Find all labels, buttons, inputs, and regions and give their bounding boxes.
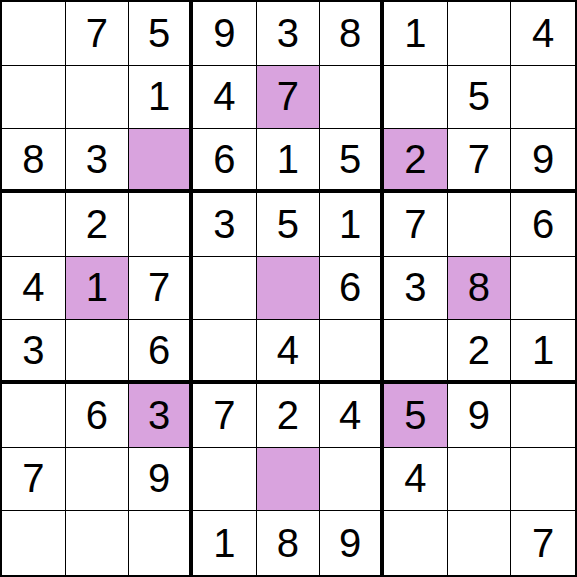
cell-r3c4[interactable]: 6 (193, 129, 257, 193)
cell-r8c6[interactable] (320, 448, 384, 512)
cell-r7c3[interactable]: 3 (129, 384, 193, 448)
cell-r1c8[interactable] (448, 2, 512, 66)
cell-r3c6[interactable]: 5 (320, 129, 384, 193)
cell-r8c4[interactable] (193, 448, 257, 512)
cell-r3c8[interactable]: 7 (448, 129, 512, 193)
cell-r4c6[interactable]: 1 (320, 193, 384, 257)
cell-r3c3[interactable] (129, 129, 193, 193)
cell-r2c5[interactable]: 7 (257, 66, 321, 130)
cell-r9c6[interactable]: 9 (320, 511, 384, 575)
cell-r2c4[interactable]: 4 (193, 66, 257, 130)
cell-r1c6[interactable]: 8 (320, 2, 384, 66)
cell-r4c1[interactable] (2, 193, 66, 257)
cell-r7c4[interactable]: 7 (193, 384, 257, 448)
cell-r5c4[interactable] (193, 257, 257, 321)
cell-r3c5[interactable]: 1 (257, 129, 321, 193)
cell-r1c4[interactable]: 9 (193, 2, 257, 66)
cell-r7c2[interactable]: 6 (66, 384, 130, 448)
cell-r8c5[interactable] (257, 448, 321, 512)
cell-r6c6[interactable] (320, 320, 384, 384)
cell-r4c9[interactable]: 6 (511, 193, 575, 257)
cell-r9c1[interactable] (2, 511, 66, 575)
cell-r1c7[interactable]: 1 (384, 2, 448, 66)
cell-r7c1[interactable] (2, 384, 66, 448)
cell-r9c8[interactable] (448, 511, 512, 575)
cell-r7c6[interactable]: 4 (320, 384, 384, 448)
cell-r5c2[interactable]: 1 (66, 257, 130, 321)
cell-r4c5[interactable]: 5 (257, 193, 321, 257)
cell-r5c3[interactable]: 7 (129, 257, 193, 321)
cell-r9c2[interactable] (66, 511, 130, 575)
cell-r8c7[interactable]: 4 (384, 448, 448, 512)
cell-r5c1[interactable]: 4 (2, 257, 66, 321)
cell-r9c9[interactable]: 7 (511, 511, 575, 575)
cell-r5c8[interactable]: 8 (448, 257, 512, 321)
cell-r9c4[interactable]: 1 (193, 511, 257, 575)
cell-r6c3[interactable]: 6 (129, 320, 193, 384)
cell-r6c2[interactable] (66, 320, 130, 384)
cell-r2c8[interactable]: 5 (448, 66, 512, 130)
cell-r2c6[interactable] (320, 66, 384, 130)
cell-r5c6[interactable]: 6 (320, 257, 384, 321)
cell-r9c7[interactable] (384, 511, 448, 575)
cell-r6c1[interactable]: 3 (2, 320, 66, 384)
cell-r2c9[interactable] (511, 66, 575, 130)
cell-r8c1[interactable]: 7 (2, 448, 66, 512)
cell-r4c4[interactable]: 3 (193, 193, 257, 257)
cell-r9c3[interactable] (129, 511, 193, 575)
cell-r6c9[interactable]: 1 (511, 320, 575, 384)
cell-r5c5[interactable] (257, 257, 321, 321)
cell-r8c2[interactable] (66, 448, 130, 512)
cell-r6c7[interactable] (384, 320, 448, 384)
cell-r4c8[interactable] (448, 193, 512, 257)
cell-r3c2[interactable]: 3 (66, 129, 130, 193)
cell-r1c1[interactable] (2, 2, 66, 66)
cell-r9c5[interactable]: 8 (257, 511, 321, 575)
cell-r6c5[interactable]: 4 (257, 320, 321, 384)
cell-r2c2[interactable] (66, 66, 130, 130)
cell-r2c7[interactable] (384, 66, 448, 130)
cell-r4c2[interactable]: 2 (66, 193, 130, 257)
cell-r5c7[interactable]: 3 (384, 257, 448, 321)
cell-r7c8[interactable]: 9 (448, 384, 512, 448)
cell-r4c7[interactable]: 7 (384, 193, 448, 257)
cell-r1c5[interactable]: 3 (257, 2, 321, 66)
cell-r7c7[interactable]: 5 (384, 384, 448, 448)
cell-r3c1[interactable]: 8 (2, 129, 66, 193)
cell-r2c3[interactable]: 1 (129, 66, 193, 130)
cell-r8c8[interactable] (448, 448, 512, 512)
cell-r8c9[interactable] (511, 448, 575, 512)
cell-r5c9[interactable] (511, 257, 575, 321)
cell-r7c5[interactable]: 2 (257, 384, 321, 448)
cell-r8c3[interactable]: 9 (129, 448, 193, 512)
cell-r7c9[interactable] (511, 384, 575, 448)
cell-r1c9[interactable]: 4 (511, 2, 575, 66)
cell-r1c3[interactable]: 5 (129, 2, 193, 66)
cell-r4c3[interactable] (129, 193, 193, 257)
cell-r1c2[interactable]: 7 (66, 2, 130, 66)
cell-r6c4[interactable] (193, 320, 257, 384)
cell-r2c1[interactable] (2, 66, 66, 130)
cell-r3c7[interactable]: 2 (384, 129, 448, 193)
cell-r3c9[interactable]: 9 (511, 129, 575, 193)
sudoku-board: 7593814147583615279235176417638364216372… (0, 0, 577, 577)
cell-r6c8[interactable]: 2 (448, 320, 512, 384)
